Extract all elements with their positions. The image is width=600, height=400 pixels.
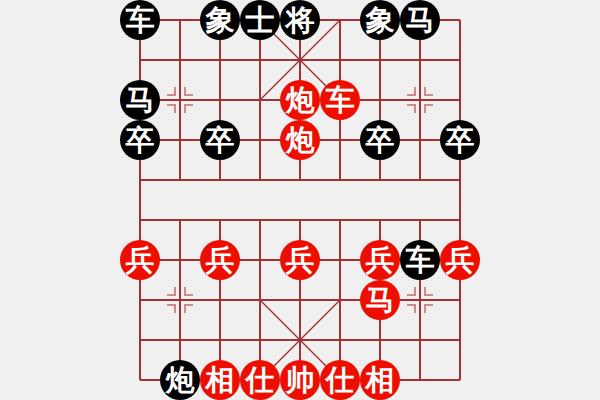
piece-red-pawn[interactable]: 兵 — [440, 240, 480, 280]
piece-red-pawn[interactable]: 兵 — [280, 240, 320, 280]
piece-black-elephant[interactable]: 象 — [200, 0, 240, 40]
piece-black-horse[interactable]: 马 — [120, 80, 160, 120]
piece-red-chariot[interactable]: 车 — [320, 80, 360, 120]
piece-layer: 车象士将象马马炮车卒卒炮卒卒兵兵兵兵车兵马炮相仕帅仕相 — [120, 0, 480, 400]
point-marker-corner — [407, 104, 416, 113]
point-marker — [167, 287, 193, 313]
piece-black-cannon[interactable]: 炮 — [160, 360, 200, 400]
piece-red-advisor[interactable]: 仕 — [320, 360, 360, 400]
piece-red-pawn[interactable]: 兵 — [120, 240, 160, 280]
piece-red-cannon[interactable]: 炮 — [280, 80, 320, 120]
piece-red-elephant[interactable]: 相 — [360, 360, 400, 400]
point-marker — [407, 287, 433, 313]
point-marker-corner — [184, 87, 193, 96]
piece-black-horse[interactable]: 马 — [400, 0, 440, 40]
point-marker-corner — [167, 104, 176, 113]
piece-black-chariot[interactable]: 车 — [120, 0, 160, 40]
point-marker-corner — [407, 287, 416, 296]
point-marker-corner — [184, 304, 193, 313]
piece-red-pawn[interactable]: 兵 — [360, 240, 400, 280]
point-marker-corner — [407, 87, 416, 96]
point-marker-corner — [184, 287, 193, 296]
piece-red-pawn[interactable]: 兵 — [200, 240, 240, 280]
point-marker-corner — [424, 87, 433, 96]
point-marker-corner — [424, 104, 433, 113]
piece-black-pawn[interactable]: 卒 — [360, 120, 400, 160]
xiangqi-board: 车象士将象马马炮车卒卒炮卒卒兵兵兵兵车兵马炮相仕帅仕相 — [0, 0, 600, 400]
piece-red-general[interactable]: 帅 — [280, 360, 320, 400]
point-marker — [167, 87, 193, 113]
piece-black-pawn[interactable]: 卒 — [200, 120, 240, 160]
piece-red-horse[interactable]: 马 — [360, 280, 400, 320]
point-marker — [407, 87, 433, 113]
piece-black-elephant[interactable]: 象 — [360, 0, 400, 40]
point-marker-corner — [167, 287, 176, 296]
point-marker-corner — [424, 287, 433, 296]
piece-black-pawn[interactable]: 卒 — [120, 120, 160, 160]
piece-red-elephant[interactable]: 相 — [200, 360, 240, 400]
piece-black-advisor[interactable]: 士 — [240, 0, 280, 40]
piece-red-advisor[interactable]: 仕 — [240, 360, 280, 400]
piece-black-chariot[interactable]: 车 — [400, 240, 440, 280]
point-marker-corner — [424, 304, 433, 313]
piece-black-general[interactable]: 将 — [280, 0, 320, 40]
point-marker-corner — [184, 104, 193, 113]
piece-red-cannon[interactable]: 炮 — [280, 120, 320, 160]
point-marker-corner — [407, 304, 416, 313]
point-marker-corner — [167, 87, 176, 96]
point-marker-corner — [167, 304, 176, 313]
piece-black-pawn[interactable]: 卒 — [440, 120, 480, 160]
